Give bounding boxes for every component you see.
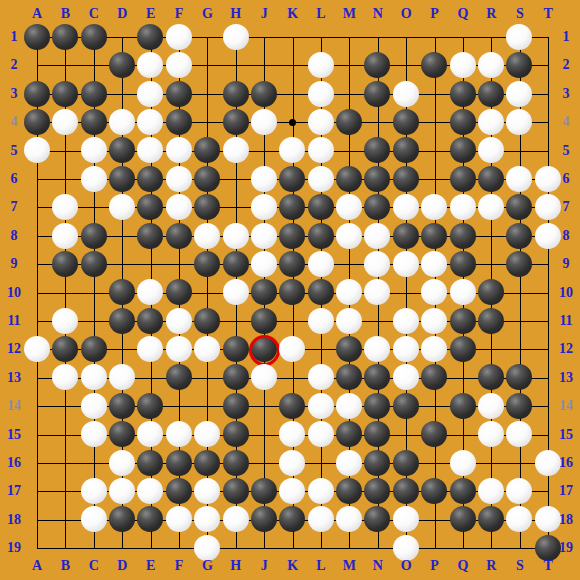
intersection-C14[interactable] [80,392,108,420]
intersection-J2[interactable] [250,51,278,79]
intersection-M1[interactable] [335,23,363,51]
intersection-K6[interactable] [278,165,306,193]
intersection-S14[interactable] [505,392,533,420]
intersection-T4[interactable] [534,108,562,136]
intersection-P15[interactable] [420,420,448,448]
intersection-M8[interactable] [335,222,363,250]
intersection-O3[interactable] [392,80,420,108]
intersection-B9[interactable] [51,250,79,278]
intersection-F2[interactable] [165,51,193,79]
intersection-K4[interactable] [278,108,306,136]
intersection-F5[interactable] [165,136,193,164]
intersection-G14[interactable] [193,392,221,420]
intersection-G13[interactable] [193,363,221,391]
intersection-B2[interactable] [51,51,79,79]
intersection-A8[interactable] [23,222,51,250]
intersection-M16[interactable] [335,449,363,477]
intersection-G7[interactable] [193,193,221,221]
intersection-P18[interactable] [420,505,448,533]
intersection-F8[interactable] [165,222,193,250]
intersection-N12[interactable] [363,335,391,363]
intersection-Q7[interactable] [449,193,477,221]
intersection-Q12[interactable] [449,335,477,363]
intersection-Q4[interactable] [449,108,477,136]
intersection-O1[interactable] [392,23,420,51]
intersection-T7[interactable] [534,193,562,221]
intersection-A12[interactable] [23,335,51,363]
intersection-B8[interactable] [51,222,79,250]
intersection-O7[interactable] [392,193,420,221]
intersection-C7[interactable] [80,193,108,221]
intersection-L11[interactable] [307,307,335,335]
intersection-A11[interactable] [23,307,51,335]
intersection-L18[interactable] [307,505,335,533]
intersection-A1[interactable] [23,23,51,51]
intersection-P4[interactable] [420,108,448,136]
intersection-B11[interactable] [51,307,79,335]
intersection-F3[interactable] [165,80,193,108]
intersection-O9[interactable] [392,250,420,278]
intersection-A17[interactable] [23,477,51,505]
intersection-T14[interactable] [534,392,562,420]
intersection-G15[interactable] [193,420,221,448]
intersection-T15[interactable] [534,420,562,448]
intersection-P13[interactable] [420,363,448,391]
intersection-J10[interactable] [250,278,278,306]
intersection-O12[interactable] [392,335,420,363]
intersection-S13[interactable] [505,363,533,391]
intersection-Q2[interactable] [449,51,477,79]
intersection-Q5[interactable] [449,136,477,164]
intersection-S15[interactable] [505,420,533,448]
intersection-R3[interactable] [477,80,505,108]
intersection-B7[interactable] [51,193,79,221]
intersection-T10[interactable] [534,278,562,306]
intersection-L15[interactable] [307,420,335,448]
intersection-C16[interactable] [80,449,108,477]
intersection-J16[interactable] [250,449,278,477]
intersection-B13[interactable] [51,363,79,391]
intersection-H16[interactable] [222,449,250,477]
intersection-K11[interactable] [278,307,306,335]
intersection-H13[interactable] [222,363,250,391]
intersection-E2[interactable] [136,51,164,79]
intersection-A10[interactable] [23,278,51,306]
intersection-Q17[interactable] [449,477,477,505]
intersection-O17[interactable] [392,477,420,505]
intersection-R1[interactable] [477,23,505,51]
intersection-R17[interactable] [477,477,505,505]
intersection-C4[interactable] [80,108,108,136]
intersection-D12[interactable] [108,335,136,363]
intersection-A9[interactable] [23,250,51,278]
intersection-P12[interactable] [420,335,448,363]
intersection-Q9[interactable] [449,250,477,278]
intersection-F17[interactable] [165,477,193,505]
intersection-J5[interactable] [250,136,278,164]
intersection-M2[interactable] [335,51,363,79]
intersection-O13[interactable] [392,363,420,391]
intersection-J18[interactable] [250,505,278,533]
intersection-N18[interactable] [363,505,391,533]
intersection-F15[interactable] [165,420,193,448]
intersection-L9[interactable] [307,250,335,278]
intersection-T6[interactable] [534,165,562,193]
intersection-F6[interactable] [165,165,193,193]
intersection-D3[interactable] [108,80,136,108]
intersection-N9[interactable] [363,250,391,278]
intersection-R12[interactable] [477,335,505,363]
intersection-B18[interactable] [51,505,79,533]
intersection-D16[interactable] [108,449,136,477]
intersection-C10[interactable] [80,278,108,306]
intersection-G8[interactable] [193,222,221,250]
intersection-M18[interactable] [335,505,363,533]
intersection-A4[interactable] [23,108,51,136]
intersection-J4[interactable] [250,108,278,136]
intersection-M6[interactable] [335,165,363,193]
intersection-R14[interactable] [477,392,505,420]
intersection-C1[interactable] [80,23,108,51]
intersection-T11[interactable] [534,307,562,335]
intersection-D7[interactable] [108,193,136,221]
intersection-M15[interactable] [335,420,363,448]
intersection-P5[interactable] [420,136,448,164]
intersection-Q10[interactable] [449,278,477,306]
intersection-A16[interactable] [23,449,51,477]
intersection-B15[interactable] [51,420,79,448]
intersection-D17[interactable] [108,477,136,505]
intersection-E16[interactable] [136,449,164,477]
intersection-N2[interactable] [363,51,391,79]
intersection-H15[interactable] [222,420,250,448]
intersection-P14[interactable] [420,392,448,420]
intersection-L4[interactable] [307,108,335,136]
intersection-L5[interactable] [307,136,335,164]
intersection-C13[interactable] [80,363,108,391]
intersection-O18[interactable] [392,505,420,533]
intersection-C5[interactable] [80,136,108,164]
intersection-M12[interactable] [335,335,363,363]
intersection-D8[interactable] [108,222,136,250]
intersection-K7[interactable] [278,193,306,221]
intersection-H11[interactable] [222,307,250,335]
intersection-F9[interactable] [165,250,193,278]
intersection-E8[interactable] [136,222,164,250]
intersection-E11[interactable] [136,307,164,335]
intersection-L10[interactable] [307,278,335,306]
intersection-D13[interactable] [108,363,136,391]
intersection-P11[interactable] [420,307,448,335]
intersection-S7[interactable] [505,193,533,221]
intersection-K15[interactable] [278,420,306,448]
intersection-T13[interactable] [534,363,562,391]
intersection-J14[interactable] [250,392,278,420]
intersection-Q16[interactable] [449,449,477,477]
intersection-J11[interactable] [250,307,278,335]
intersection-T8[interactable] [534,222,562,250]
intersection-R11[interactable] [477,307,505,335]
intersection-D6[interactable] [108,165,136,193]
intersection-G5[interactable] [193,136,221,164]
intersection-E5[interactable] [136,136,164,164]
intersection-B12[interactable] [51,335,79,363]
intersection-G3[interactable] [193,80,221,108]
intersection-K18[interactable] [278,505,306,533]
intersection-T3[interactable] [534,80,562,108]
intersection-N16[interactable] [363,449,391,477]
intersection-D1[interactable] [108,23,136,51]
intersection-E18[interactable] [136,505,164,533]
intersection-R7[interactable] [477,193,505,221]
intersection-C17[interactable] [80,477,108,505]
intersection-H6[interactable] [222,165,250,193]
intersection-S11[interactable] [505,307,533,335]
intersection-E14[interactable] [136,392,164,420]
intersection-K1[interactable] [278,23,306,51]
intersection-S5[interactable] [505,136,533,164]
intersection-Q8[interactable] [449,222,477,250]
intersection-K10[interactable] [278,278,306,306]
intersection-S9[interactable] [505,250,533,278]
intersection-J7[interactable] [250,193,278,221]
intersection-H18[interactable] [222,505,250,533]
intersection-G1[interactable] [193,23,221,51]
intersection-C11[interactable] [80,307,108,335]
intersection-E7[interactable] [136,193,164,221]
intersection-J1[interactable] [250,23,278,51]
intersection-O8[interactable] [392,222,420,250]
intersection-F18[interactable] [165,505,193,533]
intersection-T9[interactable] [534,250,562,278]
intersection-J3[interactable] [250,80,278,108]
intersection-O4[interactable] [392,108,420,136]
intersection-C15[interactable] [80,420,108,448]
intersection-H10[interactable] [222,278,250,306]
intersection-S16[interactable] [505,449,533,477]
intersection-K2[interactable] [278,51,306,79]
intersection-S6[interactable] [505,165,533,193]
intersection-P6[interactable] [420,165,448,193]
intersection-J17[interactable] [250,477,278,505]
intersection-K17[interactable] [278,477,306,505]
intersection-D4[interactable] [108,108,136,136]
intersection-P3[interactable] [420,80,448,108]
intersection-E1[interactable] [136,23,164,51]
intersection-N1[interactable] [363,23,391,51]
intersection-G4[interactable] [193,108,221,136]
intersection-T18[interactable] [534,505,562,533]
intersection-H2[interactable] [222,51,250,79]
intersection-N11[interactable] [363,307,391,335]
intersection-O11[interactable] [392,307,420,335]
intersection-C9[interactable] [80,250,108,278]
intersection-G12[interactable] [193,335,221,363]
intersection-P2[interactable] [420,51,448,79]
intersection-S10[interactable] [505,278,533,306]
intersection-N5[interactable] [363,136,391,164]
intersection-S18[interactable] [505,505,533,533]
intersection-M3[interactable] [335,80,363,108]
intersection-E17[interactable] [136,477,164,505]
intersection-N17[interactable] [363,477,391,505]
intersection-P1[interactable] [420,23,448,51]
intersection-G18[interactable] [193,505,221,533]
intersection-E9[interactable] [136,250,164,278]
intersection-C8[interactable] [80,222,108,250]
intersection-F14[interactable] [165,392,193,420]
intersection-B10[interactable] [51,278,79,306]
intersection-L13[interactable] [307,363,335,391]
intersection-H5[interactable] [222,136,250,164]
intersection-P7[interactable] [420,193,448,221]
intersection-A7[interactable] [23,193,51,221]
intersection-M17[interactable] [335,477,363,505]
intersection-O6[interactable] [392,165,420,193]
intersection-B5[interactable] [51,136,79,164]
intersection-C3[interactable] [80,80,108,108]
intersection-G10[interactable] [193,278,221,306]
intersection-E13[interactable] [136,363,164,391]
intersection-F16[interactable] [165,449,193,477]
intersection-D5[interactable] [108,136,136,164]
intersection-J12[interactable] [250,335,278,363]
intersection-A14[interactable] [23,392,51,420]
intersection-G6[interactable] [193,165,221,193]
intersection-R9[interactable] [477,250,505,278]
intersection-J15[interactable] [250,420,278,448]
intersection-C18[interactable] [80,505,108,533]
intersection-J13[interactable] [250,363,278,391]
intersection-A5[interactable] [23,136,51,164]
intersection-H7[interactable] [222,193,250,221]
intersection-N7[interactable] [363,193,391,221]
intersection-B14[interactable] [51,392,79,420]
intersection-O5[interactable] [392,136,420,164]
intersection-D15[interactable] [108,420,136,448]
intersection-N4[interactable] [363,108,391,136]
intersection-B17[interactable] [51,477,79,505]
intersection-J9[interactable] [250,250,278,278]
intersection-F1[interactable] [165,23,193,51]
intersection-O14[interactable] [392,392,420,420]
intersection-N8[interactable] [363,222,391,250]
intersection-P9[interactable] [420,250,448,278]
intersection-M7[interactable] [335,193,363,221]
intersection-G9[interactable] [193,250,221,278]
intersection-P17[interactable] [420,477,448,505]
intersection-C12[interactable] [80,335,108,363]
intersection-R2[interactable] [477,51,505,79]
intersection-R5[interactable] [477,136,505,164]
intersection-P10[interactable] [420,278,448,306]
intersection-L3[interactable] [307,80,335,108]
intersection-H17[interactable] [222,477,250,505]
intersection-L14[interactable] [307,392,335,420]
intersection-H12[interactable] [222,335,250,363]
intersection-M10[interactable] [335,278,363,306]
intersection-N6[interactable] [363,165,391,193]
intersection-Q18[interactable] [449,505,477,533]
intersection-K8[interactable] [278,222,306,250]
intersection-P16[interactable] [420,449,448,477]
intersection-L17[interactable] [307,477,335,505]
intersection-R16[interactable] [477,449,505,477]
intersection-M4[interactable] [335,108,363,136]
intersection-R6[interactable] [477,165,505,193]
intersection-J6[interactable] [250,165,278,193]
intersection-N13[interactable] [363,363,391,391]
intersection-G11[interactable] [193,307,221,335]
intersection-M14[interactable] [335,392,363,420]
intersection-H3[interactable] [222,80,250,108]
intersection-O10[interactable] [392,278,420,306]
intersection-F12[interactable] [165,335,193,363]
intersection-S4[interactable] [505,108,533,136]
intersection-D18[interactable] [108,505,136,533]
intersection-E6[interactable] [136,165,164,193]
intersection-S3[interactable] [505,80,533,108]
intersection-B1[interactable] [51,23,79,51]
intersection-R4[interactable] [477,108,505,136]
intersection-K16[interactable] [278,449,306,477]
intersection-G2[interactable] [193,51,221,79]
intersection-Q1[interactable] [449,23,477,51]
intersection-R10[interactable] [477,278,505,306]
intersection-K12[interactable] [278,335,306,363]
intersection-K3[interactable] [278,80,306,108]
intersection-L6[interactable] [307,165,335,193]
intersection-R8[interactable] [477,222,505,250]
intersection-M11[interactable] [335,307,363,335]
intersection-Q13[interactable] [449,363,477,391]
intersection-E3[interactable] [136,80,164,108]
intersection-A15[interactable] [23,420,51,448]
intersection-B16[interactable] [51,449,79,477]
intersection-Q15[interactable] [449,420,477,448]
intersection-Q3[interactable] [449,80,477,108]
intersection-A18[interactable] [23,505,51,533]
intersection-A3[interactable] [23,80,51,108]
intersection-L1[interactable] [307,23,335,51]
intersection-S8[interactable] [505,222,533,250]
intersection-S12[interactable] [505,335,533,363]
intersection-L7[interactable] [307,193,335,221]
intersection-R15[interactable] [477,420,505,448]
intersection-O2[interactable] [392,51,420,79]
intersection-T5[interactable] [534,136,562,164]
intersection-F4[interactable] [165,108,193,136]
intersection-K14[interactable] [278,392,306,420]
intersection-R18[interactable] [477,505,505,533]
intersection-K9[interactable] [278,250,306,278]
intersection-B4[interactable] [51,108,79,136]
intersection-L12[interactable] [307,335,335,363]
intersection-F13[interactable] [165,363,193,391]
intersection-A6[interactable] [23,165,51,193]
intersection-H9[interactable] [222,250,250,278]
intersection-E12[interactable] [136,335,164,363]
intersection-Q6[interactable] [449,165,477,193]
intersection-C2[interactable] [80,51,108,79]
intersection-T17[interactable] [534,477,562,505]
intersection-M9[interactable] [335,250,363,278]
intersection-T16[interactable] [534,449,562,477]
intersection-R13[interactable] [477,363,505,391]
intersection-N14[interactable] [363,392,391,420]
intersection-B3[interactable] [51,80,79,108]
intersection-F11[interactable] [165,307,193,335]
